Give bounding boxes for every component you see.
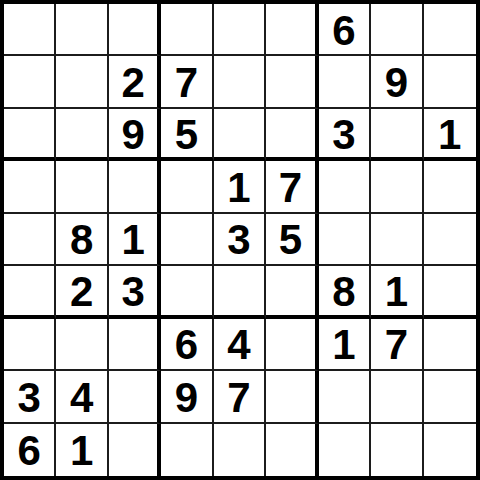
cell-r5c4[interactable] [161, 214, 213, 266]
cell-r5c3[interactable]: 1 [109, 214, 161, 266]
given-digit: 3 [121, 268, 144, 313]
cell-r7c2[interactable] [56, 319, 108, 371]
cell-r2c2[interactable] [56, 56, 108, 108]
given-digit: 8 [70, 216, 93, 261]
cell-r1c1[interactable] [4, 4, 56, 56]
cell-r1c9[interactable] [424, 4, 476, 56]
cell-r8c4[interactable]: 9 [161, 371, 213, 423]
cell-r4c3[interactable] [109, 161, 161, 213]
cell-r6c7[interactable]: 8 [319, 266, 371, 318]
given-digit: 8 [332, 268, 355, 313]
cell-r8c9[interactable] [424, 371, 476, 423]
cell-r4c4[interactable] [161, 161, 213, 213]
cell-r1c2[interactable] [56, 4, 108, 56]
cell-r7c1[interactable] [4, 319, 56, 371]
given-digit: 6 [175, 321, 198, 366]
cell-r7c5[interactable]: 4 [214, 319, 266, 371]
cell-r2c3[interactable]: 2 [109, 56, 161, 108]
cell-r1c4[interactable] [161, 4, 213, 56]
cell-r3c3[interactable]: 9 [109, 109, 161, 161]
given-digit: 1 [438, 111, 461, 156]
cell-r2c5[interactable] [214, 56, 266, 108]
cell-r8c1[interactable]: 3 [4, 371, 56, 423]
cell-r6c2[interactable]: 2 [56, 266, 108, 318]
cell-r5c5[interactable]: 3 [214, 214, 266, 266]
cell-r6c4[interactable] [161, 266, 213, 318]
cell-r5c9[interactable] [424, 214, 476, 266]
cell-r5c1[interactable] [4, 214, 56, 266]
given-digit: 7 [279, 164, 302, 209]
given-digit: 1 [227, 164, 250, 209]
cell-r8c6[interactable] [266, 371, 318, 423]
cell-r9c7[interactable] [319, 424, 371, 476]
given-digit: 9 [121, 111, 144, 156]
cell-r4c5[interactable]: 1 [214, 161, 266, 213]
cell-r3c9[interactable]: 1 [424, 109, 476, 161]
cell-r6c8[interactable]: 1 [371, 266, 423, 318]
cell-r1c6[interactable] [266, 4, 318, 56]
cell-r6c3[interactable]: 3 [109, 266, 161, 318]
cell-r9c5[interactable] [214, 424, 266, 476]
cell-r6c6[interactable] [266, 266, 318, 318]
cell-r3c1[interactable] [4, 109, 56, 161]
cell-r5c8[interactable] [371, 214, 423, 266]
cell-r3c5[interactable] [214, 109, 266, 161]
cell-r6c1[interactable] [4, 266, 56, 318]
cell-r6c5[interactable] [214, 266, 266, 318]
given-digit: 5 [279, 216, 302, 261]
cell-r6c9[interactable] [424, 266, 476, 318]
cell-r4c7[interactable] [319, 161, 371, 213]
cell-r7c9[interactable] [424, 319, 476, 371]
given-digit: 3 [332, 111, 355, 156]
given-digit: 3 [227, 216, 250, 261]
cell-r9c2[interactable]: 1 [56, 424, 108, 476]
cell-r9c1[interactable]: 6 [4, 424, 56, 476]
cell-r3c8[interactable] [371, 109, 423, 161]
given-digit: 7 [175, 59, 198, 104]
cell-r9c8[interactable] [371, 424, 423, 476]
cell-r8c8[interactable] [371, 371, 423, 423]
cell-r2c7[interactable] [319, 56, 371, 108]
given-digit: 5 [175, 111, 198, 156]
cell-r1c7[interactable]: 6 [319, 4, 371, 56]
cell-r3c4[interactable]: 5 [161, 109, 213, 161]
cell-r9c9[interactable] [424, 424, 476, 476]
cell-r1c3[interactable] [109, 4, 161, 56]
given-digit: 7 [227, 374, 250, 419]
cell-r5c7[interactable] [319, 214, 371, 266]
cell-r4c6[interactable]: 7 [266, 161, 318, 213]
given-digit: 1 [121, 216, 144, 261]
cell-r4c2[interactable] [56, 161, 108, 213]
given-digit: 6 [18, 427, 41, 472]
cell-r3c2[interactable] [56, 109, 108, 161]
cell-r3c7[interactable]: 3 [319, 109, 371, 161]
cell-r4c1[interactable] [4, 161, 56, 213]
given-digit: 2 [121, 59, 144, 104]
given-digit: 9 [385, 59, 408, 104]
given-digit: 9 [175, 374, 198, 419]
cell-r2c9[interactable] [424, 56, 476, 108]
cell-r4c9[interactable] [424, 161, 476, 213]
sudoku-board: 6279953117813523816417349761 [0, 0, 480, 480]
given-digit: 7 [385, 321, 408, 366]
cell-r7c7[interactable]: 1 [319, 319, 371, 371]
cell-r8c3[interactable] [109, 371, 161, 423]
cell-r8c5[interactable]: 7 [214, 371, 266, 423]
given-digit: 1 [332, 321, 355, 366]
cell-r7c3[interactable] [109, 319, 161, 371]
cell-r1c5[interactable] [214, 4, 266, 56]
cell-r2c8[interactable]: 9 [371, 56, 423, 108]
given-digit: 3 [18, 374, 41, 419]
cell-r2c6[interactable] [266, 56, 318, 108]
cell-r4c8[interactable] [371, 161, 423, 213]
cell-r7c4[interactable]: 6 [161, 319, 213, 371]
cell-r3c6[interactable] [266, 109, 318, 161]
cell-r7c8[interactable]: 7 [371, 319, 423, 371]
cell-r9c3[interactable] [109, 424, 161, 476]
given-digit: 4 [70, 374, 93, 419]
cell-r5c6[interactable]: 5 [266, 214, 318, 266]
given-digit: 4 [227, 321, 250, 366]
cell-r8c2[interactable]: 4 [56, 371, 108, 423]
cell-r2c1[interactable] [4, 56, 56, 108]
cell-r2c4[interactable]: 7 [161, 56, 213, 108]
given-digit: 1 [385, 268, 408, 313]
cell-r8c7[interactable] [319, 371, 371, 423]
given-digit: 1 [70, 427, 93, 472]
given-digit: 6 [332, 7, 355, 52]
cell-r9c4[interactable] [161, 424, 213, 476]
given-digit: 2 [70, 268, 93, 313]
cell-r9c6[interactable] [266, 424, 318, 476]
cell-r7c6[interactable] [266, 319, 318, 371]
cell-r1c8[interactable] [371, 4, 423, 56]
cell-r5c2[interactable]: 8 [56, 214, 108, 266]
